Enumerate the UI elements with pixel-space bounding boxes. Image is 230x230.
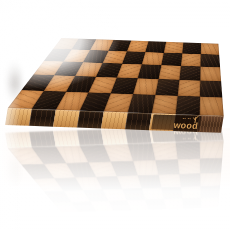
left-corner-shadow — [3, 153, 25, 194]
board-square-r2c5-dark — [122, 51, 145, 64]
board-square-r2c4-light — [103, 51, 127, 64]
board-grid — [8, 38, 224, 116]
board-square-r4c7-dark — [155, 160, 179, 175]
board-square-r4c3-dark — [66, 76, 96, 93]
board-square-r5c6-dark — [128, 143, 156, 161]
board-front-face: ▪▪ ▪▪ wood — [5, 125, 224, 148]
board-square-r2c1-dark — [44, 49, 72, 62]
cutting-board: ▪▪ ▪▪ wood — [7, 0, 229, 133]
sprig-brand-icon — [191, 115, 199, 124]
reflection-fade-overlay — [0, 128, 230, 230]
front-face-stripe-7 — [149, 127, 176, 143]
front-face-stripe-7 — [149, 113, 176, 131]
board-square-r2c8-light — [181, 186, 201, 198]
board-square-r2c5-dark — [122, 188, 145, 200]
board-square-r1c4-dark — [108, 40, 131, 52]
board-square-r4c1-dark — [22, 164, 55, 179]
left-corner-shadow — [3, 58, 25, 103]
board-square-r1c5-light — [127, 200, 149, 211]
white-vignette-overlay — [0, 0, 230, 230]
front-face-stripe-8 — [173, 114, 200, 132]
board-square-r4c8-light — [178, 159, 201, 174]
board-square-r3c8-dark — [179, 174, 200, 188]
front-face-stripe-2 — [29, 109, 56, 127]
front-face-stripe-8 — [173, 126, 200, 142]
front-face-stripe-9 — [197, 125, 224, 141]
board-square-r2c4-light — [103, 189, 127, 201]
board-square-r1c8-dark — [182, 42, 201, 54]
brand-stamp: ▪▪ ▪▪ wood — [151, 127, 201, 142]
front-face-stripe-1 — [5, 108, 32, 126]
board-square-r3c1-light — [33, 178, 63, 191]
board-square-r5c7-light — [152, 95, 178, 114]
board-square-r5c6-dark — [128, 94, 156, 113]
brand-text: wood — [173, 121, 199, 130]
board-square-r3c9-light — [200, 67, 221, 82]
front-face-stripe-9 — [197, 115, 224, 133]
board-square-r3c5-light — [117, 176, 142, 189]
product-photo: ▪▪ ▪▪ wood ▪▪ ▪▪ wood — [0, 0, 230, 230]
board-square-r2c7-dark — [161, 53, 182, 66]
board-square-r4c6-light — [133, 78, 158, 95]
board-square-r5c4-dark — [80, 145, 111, 162]
board-square-r1c4-dark — [108, 200, 131, 211]
board-square-r5c1-light — [8, 148, 44, 165]
board-square-r3c3-light — [75, 62, 102, 77]
front-face-stripe-6 — [125, 128, 152, 144]
board-square-r1c2-dark — [72, 202, 97, 213]
brand-marks: ▪▪ ▪▪ — [182, 117, 191, 121]
board-square-r4c2-light — [44, 75, 75, 91]
board-square-r3c7-light — [159, 65, 181, 80]
board-square-r1c3-light — [90, 39, 114, 51]
board-square-r2c6-light — [142, 188, 164, 200]
board-square-r1c2-dark — [72, 39, 97, 50]
board-square-r1c1-light — [53, 202, 79, 213]
board-reflection-image: ▪▪ ▪▪ wood — [7, 125, 229, 230]
board-square-r5c3-light — [56, 92, 89, 111]
board-square-r4c3-dark — [66, 163, 96, 178]
board-square-r3c8-dark — [179, 66, 200, 81]
front-face-stripe-4 — [77, 111, 104, 129]
board-square-r3c1-light — [33, 61, 63, 75]
board-grid — [8, 141, 224, 213]
board-square-r1c9-light — [201, 43, 219, 55]
board-square-r5c7-light — [152, 143, 178, 161]
board-square-r3c4-dark — [96, 176, 122, 189]
board-square-r5c4-dark — [80, 93, 111, 112]
board-square-r3c4-dark — [96, 63, 122, 78]
board-square-r1c8-dark — [182, 198, 201, 209]
board-square-r4c4-light — [88, 77, 116, 94]
board-reflection: ▪▪ ▪▪ wood — [0, 36, 230, 230]
board-square-r1c6-dark — [145, 41, 166, 53]
front-face-stripe-2 — [29, 131, 56, 147]
board-square-r4c6-light — [133, 160, 158, 175]
board-square-r2c9-dark — [201, 54, 221, 67]
board-square-r2c3-dark — [83, 190, 108, 202]
board-square-r1c7-light — [164, 199, 184, 210]
board-square-r5c8-dark — [176, 96, 200, 115]
board-square-r3c5-light — [117, 64, 142, 79]
board-square-r4c2-light — [44, 163, 75, 178]
brand-stamp: ▪▪ ▪▪ wood — [151, 114, 201, 131]
front-face-stripe-6 — [125, 112, 152, 130]
board-square-r5c1-light — [8, 90, 44, 109]
brand-stamp-top: ▪▪ ▪▪ — [182, 136, 199, 140]
board-square-r4c9-dark — [200, 158, 222, 173]
board-square-r2c8-light — [181, 53, 201, 66]
board-square-r5c3-light — [56, 146, 89, 163]
board-square-r4c4-light — [88, 162, 116, 177]
board-square-r1c3-light — [90, 201, 114, 212]
board-square-r4c5-dark — [111, 78, 138, 95]
board-square-r5c2-dark — [32, 147, 66, 164]
brand-text: wood — [173, 129, 199, 137]
board-square-r4c1-dark — [22, 74, 55, 90]
board-square-r2c7-dark — [161, 187, 182, 199]
front-face-stripe-3 — [53, 130, 80, 146]
board-square-r5c2-dark — [32, 91, 66, 110]
board-square-r2c3-dark — [83, 50, 108, 63]
board-square-r2c2-light — [63, 190, 90, 202]
board-square-r3c2-dark — [54, 62, 83, 76]
board-square-r3c9-light — [200, 173, 221, 187]
board-square-r5c5-light — [104, 93, 133, 112]
board-square-r5c8-dark — [176, 142, 200, 160]
board-square-r1c5-light — [127, 40, 149, 52]
board-square-r4c8-light — [178, 80, 201, 97]
board-square-r3c2-dark — [54, 178, 83, 191]
board-square-r2c1-dark — [44, 191, 72, 203]
board-square-r1c7-light — [164, 42, 184, 54]
front-face-stripe-3 — [53, 110, 80, 128]
board-square-r3c6-dark — [138, 64, 162, 79]
board-square-r1c9-light — [201, 197, 219, 208]
board-square-r5c5-light — [104, 144, 133, 162]
brand-stamp-top: ▪▪ ▪▪ — [182, 117, 199, 122]
board-square-r2c6-light — [142, 52, 164, 65]
front-face-stripe-5 — [101, 112, 128, 130]
board-square-r3c3-light — [75, 177, 102, 190]
board-square-r1c1-light — [53, 38, 79, 49]
sprig-brand-icon — [191, 134, 199, 142]
board-square-r5c9-light — [200, 97, 224, 116]
front-face-stripe-1 — [5, 132, 32, 148]
front-face-stripe-4 — [77, 130, 104, 146]
board-square-r3c6-dark — [138, 175, 162, 189]
board-square-r3c7-light — [159, 174, 181, 188]
brand-marks: ▪▪ ▪▪ — [182, 136, 191, 139]
board-square-r4c7-dark — [155, 79, 179, 96]
board-square-r5c9-light — [200, 141, 224, 159]
board-square-r4c5-dark — [111, 161, 138, 176]
board-square-r2c2-light — [63, 49, 90, 62]
board-square-r4c9-dark — [200, 81, 222, 98]
board-front-face: ▪▪ ▪▪ wood — [5, 108, 224, 133]
board-square-r1c6-dark — [145, 199, 166, 210]
front-face-stripe-5 — [101, 129, 128, 145]
board-square-r2c9-dark — [201, 186, 221, 198]
